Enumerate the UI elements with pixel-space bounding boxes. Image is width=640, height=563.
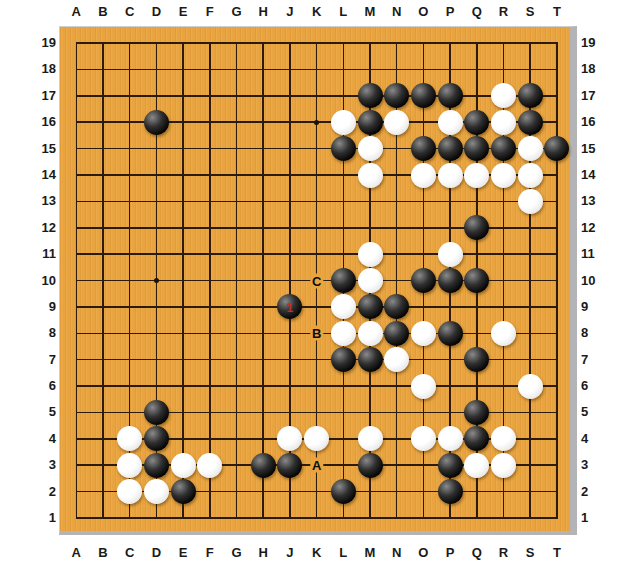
col-label-bottom-Q: Q [464, 545, 490, 561]
stone-black-P2 [438, 479, 463, 504]
stone-black-O10 [411, 268, 436, 293]
col-label-bottom-R: R [491, 545, 517, 561]
stone-white-S13 [518, 189, 543, 214]
stone-black-J3 [277, 453, 302, 478]
col-label-bottom-C: C [117, 545, 143, 561]
stone-black-L15 [331, 136, 356, 161]
stone-white-O4 [411, 426, 436, 451]
stone-white-C2 [117, 479, 142, 504]
row-label-left-13: 13 [28, 193, 56, 209]
stone-black-Q12 [464, 215, 489, 240]
col-label-bottom-O: O [410, 545, 436, 561]
stone-white-O14 [411, 163, 436, 188]
stone-black-M7 [358, 347, 383, 372]
grid-horizontal-line [76, 306, 558, 308]
row-label-left-4: 4 [28, 431, 56, 447]
stone-white-F3 [197, 453, 222, 478]
row-label-left-8: 8 [28, 325, 56, 341]
col-label-top-K: K [304, 4, 330, 20]
col-label-top-F: F [197, 4, 223, 20]
stone-black-N9 [384, 294, 409, 319]
stone-white-C3 [117, 453, 142, 478]
grid-horizontal-line [76, 517, 558, 519]
row-label-right-7: 7 [581, 352, 605, 368]
stone-black-M9 [358, 294, 383, 319]
row-label-right-15: 15 [581, 141, 605, 157]
stone-black-M3 [358, 453, 383, 478]
col-label-bottom-J: J [277, 545, 303, 561]
stone-black-M16 [358, 110, 383, 135]
stone-black-H3 [251, 453, 276, 478]
stone-black-Q15 [464, 136, 489, 161]
row-label-right-13: 13 [581, 193, 605, 209]
row-label-right-11: 11 [581, 246, 605, 262]
stone-black-E2 [171, 479, 196, 504]
star-point-K16 [314, 120, 319, 125]
stone-white-E3 [171, 453, 196, 478]
col-label-bottom-D: D [143, 545, 169, 561]
col-label-bottom-P: P [437, 545, 463, 561]
col-label-bottom-M: M [357, 545, 383, 561]
col-label-bottom-S: S [517, 545, 543, 561]
col-label-top-A: A [63, 4, 89, 20]
row-label-right-12: 12 [581, 220, 605, 236]
row-label-right-16: 16 [581, 114, 605, 130]
col-label-bottom-A: A [63, 545, 89, 561]
stone-white-K4 [304, 426, 329, 451]
col-label-top-S: S [517, 4, 543, 20]
stone-white-P4 [438, 426, 463, 451]
col-label-top-C: C [117, 4, 143, 20]
stone-black-R15 [491, 136, 516, 161]
stone-black-P10 [438, 268, 463, 293]
stone-white-P16 [438, 110, 463, 135]
row-label-left-15: 15 [28, 141, 56, 157]
col-label-top-Q: Q [464, 4, 490, 20]
row-label-left-12: 12 [28, 220, 56, 236]
stone-white-P11 [438, 242, 463, 267]
row-label-right-1: 1 [581, 510, 605, 526]
stone-black-P15 [438, 136, 463, 161]
stone-black-Q16 [464, 110, 489, 135]
col-label-top-J: J [277, 4, 303, 20]
row-label-left-2: 2 [28, 484, 56, 500]
stone-white-C4 [117, 426, 142, 451]
row-label-left-18: 18 [28, 61, 56, 77]
row-label-left-11: 11 [28, 246, 56, 262]
stone-black-Q10 [464, 268, 489, 293]
row-label-left-9: 9 [28, 299, 56, 315]
col-label-top-T: T [544, 4, 570, 20]
row-label-right-17: 17 [581, 88, 605, 104]
stone-white-R3 [491, 453, 516, 478]
go-diagram-page: ABCDEFGHJKLMNOPQRST ABCDEFGHJKLMNOPQRST … [0, 0, 640, 563]
col-label-top-H: H [250, 4, 276, 20]
row-label-right-6: 6 [581, 378, 605, 394]
grid-horizontal-line [76, 385, 558, 387]
col-label-bottom-G: G [224, 545, 250, 561]
row-label-right-10: 10 [581, 273, 605, 289]
row-label-left-19: 19 [28, 35, 56, 51]
stone-black-D5 [144, 400, 169, 425]
col-label-top-O: O [410, 4, 436, 20]
row-label-left-1: 1 [28, 510, 56, 526]
row-label-left-3: 3 [28, 457, 56, 473]
stone-white-D2 [144, 479, 169, 504]
col-label-bottom-T: T [544, 545, 570, 561]
row-label-left-7: 7 [28, 352, 56, 368]
stone-white-P14 [438, 163, 463, 188]
row-label-right-3: 3 [581, 457, 605, 473]
stone-white-Q3 [464, 453, 489, 478]
col-label-bottom-F: F [197, 545, 223, 561]
stone-white-L16 [331, 110, 356, 135]
stone-white-S15 [518, 136, 543, 161]
stone-white-S6 [518, 374, 543, 399]
stone-white-S14 [518, 163, 543, 188]
col-label-top-R: R [491, 4, 517, 20]
stone-black-N8 [384, 321, 409, 346]
grid-vertical-line [556, 42, 558, 518]
row-label-right-4: 4 [581, 431, 605, 447]
col-label-top-E: E [170, 4, 196, 20]
stone-black-P3 [438, 453, 463, 478]
stone-white-N16 [384, 110, 409, 135]
stone-black-P17 [438, 83, 463, 108]
row-label-right-14: 14 [581, 167, 605, 183]
annotation-C: C [310, 273, 323, 288]
row-label-right-2: 2 [581, 484, 605, 500]
row-label-right-19: 19 [581, 35, 605, 51]
col-label-bottom-B: B [90, 545, 116, 561]
stone-black-S16 [518, 110, 543, 135]
stone-white-O8 [411, 321, 436, 346]
row-label-left-6: 6 [28, 378, 56, 394]
row-label-left-14: 14 [28, 167, 56, 183]
stone-black-S17 [518, 83, 543, 108]
stone-white-M14 [358, 163, 383, 188]
row-label-right-8: 8 [581, 325, 605, 341]
go-board[interactable]: 1ABC [59, 26, 577, 535]
stone-white-O6 [411, 374, 436, 399]
col-label-top-L: L [330, 4, 356, 20]
stone-black-D3 [144, 453, 169, 478]
row-label-right-5: 5 [581, 404, 605, 420]
stone-white-Q14 [464, 163, 489, 188]
row-label-right-9: 9 [581, 299, 605, 315]
stone-white-L9 [331, 294, 356, 319]
col-label-top-P: P [437, 4, 463, 20]
col-label-top-M: M [357, 4, 383, 20]
stone-white-M11 [358, 242, 383, 267]
stone-white-M4 [358, 426, 383, 451]
stone-black-D16 [144, 110, 169, 135]
row-label-left-10: 10 [28, 273, 56, 289]
stone-black-L2 [331, 479, 356, 504]
stone-black-Q5 [464, 400, 489, 425]
stone-white-R4 [491, 426, 516, 451]
row-label-left-17: 17 [28, 88, 56, 104]
move-number-label: 1 [287, 302, 294, 314]
stone-black-L7 [331, 347, 356, 372]
stone-black-Q4 [464, 426, 489, 451]
stone-white-J4 [277, 426, 302, 451]
stone-white-R14 [491, 163, 516, 188]
stone-black-M17 [358, 83, 383, 108]
stone-black-L10 [331, 268, 356, 293]
row-label-right-18: 18 [581, 61, 605, 77]
stone-white-M10 [358, 268, 383, 293]
stone-black-P8 [438, 321, 463, 346]
stone-black-O17 [411, 83, 436, 108]
col-label-top-D: D [143, 4, 169, 20]
stone-white-L8 [331, 321, 356, 346]
col-label-top-G: G [224, 4, 250, 20]
col-label-bottom-H: H [250, 545, 276, 561]
stone-white-M8 [358, 321, 383, 346]
stone-black-N17 [384, 83, 409, 108]
col-label-top-B: B [90, 4, 116, 20]
annotation-B: B [310, 326, 323, 341]
col-label-bottom-E: E [170, 545, 196, 561]
stone-black-T15 [544, 136, 569, 161]
stone-black-Q7 [464, 347, 489, 372]
star-point-D10 [154, 278, 159, 283]
row-label-left-16: 16 [28, 114, 56, 130]
col-label-bottom-L: L [330, 545, 356, 561]
stone-white-R8 [491, 321, 516, 346]
col-label-bottom-N: N [384, 545, 410, 561]
stone-white-R17 [491, 83, 516, 108]
stone-white-R16 [491, 110, 516, 135]
stone-white-N7 [384, 347, 409, 372]
annotation-A: A [310, 458, 323, 473]
col-label-top-N: N [384, 4, 410, 20]
col-label-bottom-K: K [304, 545, 330, 561]
stone-white-M15 [358, 136, 383, 161]
row-label-left-5: 5 [28, 404, 56, 420]
stone-black-O15 [411, 136, 436, 161]
stone-black-D4 [144, 426, 169, 451]
